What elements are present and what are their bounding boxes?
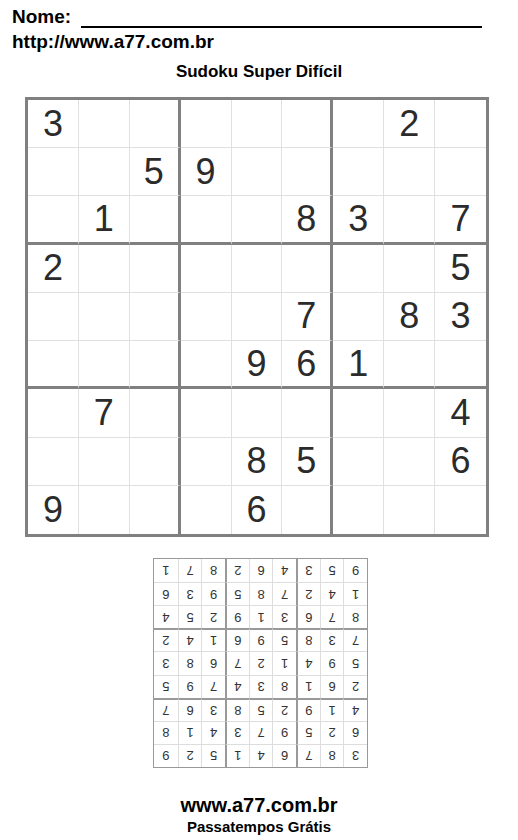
solution-cell-r4c5: 3 [249, 675, 273, 698]
solution-cell-r6c8: 4 [178, 628, 202, 651]
solution-cell-r9c9: 1 [154, 559, 178, 582]
solution-cell-r5c6: 7 [225, 651, 249, 674]
sudoku-cell-r6c9[interactable] [435, 341, 486, 389]
solution-cell-r4c4: 8 [272, 675, 296, 698]
sudoku-cell-r7c8[interactable] [384, 389, 435, 437]
sudoku-cell-r1c1: 3 [28, 100, 79, 148]
sudoku-cell-r9c6[interactable] [282, 486, 333, 534]
solution-cell-r4c1: 2 [343, 675, 367, 698]
sudoku-cell-r2c9[interactable] [435, 148, 486, 196]
solution-cell-r3c2: 1 [320, 698, 344, 721]
sudoku-cell-r5c3[interactable] [130, 293, 181, 341]
solution-cell-r6c1: 7 [343, 628, 367, 651]
solution-cell-r7c6: 9 [225, 605, 249, 628]
solution-cell-r2c3: 5 [296, 721, 320, 744]
sudoku-cell-r2c3: 5 [130, 148, 181, 196]
sudoku-cell-r3c2: 1 [79, 196, 130, 244]
sudoku-cell-r1c4[interactable] [181, 100, 232, 148]
solution-cell-r1c2: 8 [320, 744, 344, 767]
solution-cell-r8c3: 2 [296, 582, 320, 605]
sudoku-cell-r9c5: 6 [232, 486, 283, 534]
footer-site: www.a77.com.br [0, 794, 518, 817]
sudoku-cell-r5c8: 8 [384, 293, 435, 341]
solution-cell-r6c2: 3 [320, 628, 344, 651]
solution-cell-r1c3: 7 [296, 744, 320, 767]
sudoku-cell-r8c5: 8 [232, 438, 283, 486]
solution-cell-r5c7: 6 [201, 651, 225, 674]
solution-cell-r1c9: 9 [154, 744, 178, 767]
sudoku-cell-r8c3[interactable] [130, 438, 181, 486]
solution-cell-r5c9: 3 [154, 651, 178, 674]
solution-cell-r9c8: 7 [178, 559, 202, 582]
solution-cell-r9c5: 6 [249, 559, 273, 582]
solution-cell-r2c8: 1 [178, 721, 202, 744]
sudoku-cell-r8c8[interactable] [384, 438, 435, 486]
solution-cell-r2c5: 7 [249, 721, 273, 744]
sudoku-cell-r9c2[interactable] [79, 486, 130, 534]
solution-cell-r9c6: 2 [225, 559, 249, 582]
sudoku-cell-r2c8[interactable] [384, 148, 435, 196]
solution-cell-r5c3: 4 [296, 651, 320, 674]
sudoku-cell-r8c4[interactable] [181, 438, 232, 486]
solution-cell-r5c4: 1 [272, 651, 296, 674]
sudoku-cell-r7c3[interactable] [130, 389, 181, 437]
solution-cell-r3c9: 7 [154, 698, 178, 721]
solution-cell-r2c1: 6 [343, 721, 367, 744]
sudoku-cell-r4c8[interactable] [384, 245, 435, 293]
solution-cell-r6c7: 1 [201, 628, 225, 651]
solution-cell-r4c9: 5 [154, 675, 178, 698]
solution-cell-r1c5: 4 [249, 744, 273, 767]
sudoku-cell-r3c3[interactable] [130, 196, 181, 244]
sudoku-cell-r6c6: 6 [282, 341, 333, 389]
solution-cell-r2c6: 3 [225, 721, 249, 744]
solution-cell-r5c8: 8 [178, 651, 202, 674]
solution-cell-r6c6: 6 [225, 628, 249, 651]
sudoku-cell-r5c9: 3 [435, 293, 486, 341]
sudoku-cell-r9c8[interactable] [384, 486, 435, 534]
sudoku-cell-r7c7[interactable] [333, 389, 384, 437]
sudoku-cell-r6c7: 1 [333, 341, 384, 389]
sudoku-cell-r8c6: 5 [282, 438, 333, 486]
sudoku-cell-r3c9: 7 [435, 196, 486, 244]
sudoku-cell-r4c4[interactable] [181, 245, 232, 293]
name-row: Nome: [12, 6, 482, 28]
solution-cell-r7c2: 7 [320, 605, 344, 628]
solution-cell-r3c1: 4 [343, 698, 367, 721]
solution-cell-r7c3: 6 [296, 605, 320, 628]
solution-cell-r3c5: 5 [249, 698, 273, 721]
sudoku-cell-r1c8: 2 [384, 100, 435, 148]
sudoku-cell-r2c7[interactable] [333, 148, 384, 196]
sudoku-cell-r1c6[interactable] [282, 100, 333, 148]
solution-cell-r1c4: 6 [272, 744, 296, 767]
solution-cell-r1c6: 1 [225, 744, 249, 767]
sudoku-cell-r5c4[interactable] [181, 293, 232, 341]
solution-cell-r1c7: 5 [201, 744, 225, 767]
sudoku-cell-r4c9: 5 [435, 245, 486, 293]
solution-cell-r8c8: 3 [178, 582, 202, 605]
sudoku-cell-r2c5[interactable] [232, 148, 283, 196]
sudoku-cell-r2c4: 9 [181, 148, 232, 196]
sudoku-cell-r4c3[interactable] [130, 245, 181, 293]
solution-cell-r8c7: 9 [201, 582, 225, 605]
solution-cell-r4c3: 1 [296, 675, 320, 698]
solution-cell-r2c4: 9 [272, 721, 296, 744]
solution-cell-r7c8: 5 [178, 605, 202, 628]
solution-cell-r9c4: 4 [272, 559, 296, 582]
solution-cell-r7c1: 8 [343, 605, 367, 628]
solution-cell-r3c8: 6 [178, 698, 202, 721]
solution-cell-r7c5: 1 [249, 605, 273, 628]
solution-cell-r7c4: 3 [272, 605, 296, 628]
sudoku-cell-r2c6[interactable] [282, 148, 333, 196]
sudoku-cell-r5c7[interactable] [333, 293, 384, 341]
solution-cell-r6c5: 9 [249, 628, 273, 651]
solution-cell-r3c7: 3 [201, 698, 225, 721]
sudoku-cell-r6c8[interactable] [384, 341, 435, 389]
solution-cell-r8c6: 5 [225, 582, 249, 605]
sudoku-cell-r7c9: 4 [435, 389, 486, 437]
sudoku-cell-r9c3[interactable] [130, 486, 181, 534]
sudoku-solution-board: 3876415296259734184192583672618347955941… [153, 558, 368, 768]
sudoku-cell-r1c9[interactable] [435, 100, 486, 148]
solution-cell-r5c5: 2 [249, 651, 273, 674]
sudoku-cell-r3c6: 8 [282, 196, 333, 244]
solution-cell-r8c1: 1 [343, 582, 367, 605]
sudoku-cell-r8c2[interactable] [79, 438, 130, 486]
solution-cell-r2c7: 4 [201, 721, 225, 744]
solution-cell-r7c7: 2 [201, 605, 225, 628]
sudoku-cell-r1c2[interactable] [79, 100, 130, 148]
solution-cell-r5c1: 5 [343, 651, 367, 674]
name-label: Nome: [12, 6, 71, 28]
solution-cell-r3c4: 2 [272, 698, 296, 721]
sudoku-cell-r6c2[interactable] [79, 341, 130, 389]
sudoku-cell-r6c5: 9 [232, 341, 283, 389]
sudoku-cell-r4c7[interactable] [333, 245, 384, 293]
solution-cell-r6c4: 5 [272, 628, 296, 651]
footer-tagline: Passatempos Grátis [0, 818, 518, 835]
sudoku-cell-r1c7[interactable] [333, 100, 384, 148]
sudoku-cell-r1c5[interactable] [232, 100, 283, 148]
name-blank-line [81, 8, 482, 28]
solution-cell-r1c8: 2 [178, 744, 202, 767]
sudoku-cell-r5c5[interactable] [232, 293, 283, 341]
solution-cell-r2c9: 8 [154, 721, 178, 744]
solution-cell-r3c6: 8 [225, 698, 249, 721]
sudoku-cell-r4c5[interactable] [232, 245, 283, 293]
sudoku-cell-r3c8[interactable] [384, 196, 435, 244]
sudoku-cell-r2c1[interactable] [28, 148, 79, 196]
solution-cell-r9c3: 3 [296, 559, 320, 582]
sudoku-cell-r3c7: 3 [333, 196, 384, 244]
sudoku-cell-r2c2[interactable] [79, 148, 130, 196]
sudoku-cell-r6c4[interactable] [181, 341, 232, 389]
sudoku-cell-r9c4[interactable] [181, 486, 232, 534]
sudoku-cell-r7c4[interactable] [181, 389, 232, 437]
solution-cell-r8c2: 4 [320, 582, 344, 605]
solution-cell-r8c5: 8 [249, 582, 273, 605]
sudoku-cell-r3c1[interactable] [28, 196, 79, 244]
sudoku-cell-r8c1[interactable] [28, 438, 79, 486]
solution-cell-r8c4: 7 [272, 582, 296, 605]
solution-cell-r6c3: 8 [296, 628, 320, 651]
sudoku-cell-r7c1[interactable] [28, 389, 79, 437]
sudoku-cell-r6c1[interactable] [28, 341, 79, 389]
solution-cell-r2c2: 2 [320, 721, 344, 744]
sudoku-cell-r4c1: 2 [28, 245, 79, 293]
sudoku-cell-r4c2[interactable] [79, 245, 130, 293]
sudoku-cell-r5c2[interactable] [79, 293, 130, 341]
sudoku-cell-r1c3[interactable] [130, 100, 181, 148]
solution-cell-r7c9: 4 [154, 605, 178, 628]
sudoku-cell-r7c5[interactable] [232, 389, 283, 437]
solution-cell-r4c2: 6 [320, 675, 344, 698]
site-url: http://www.a77.com.br [12, 31, 214, 53]
sudoku-cell-r7c2: 7 [79, 389, 130, 437]
solution-cell-r3c3: 9 [296, 698, 320, 721]
sudoku-cell-r9c7[interactable] [333, 486, 384, 534]
solution-cell-r5c2: 9 [320, 651, 344, 674]
solution-cell-r8c9: 6 [154, 582, 178, 605]
solution-cell-r9c1: 9 [343, 559, 367, 582]
solution-cell-r9c2: 5 [320, 559, 344, 582]
sudoku-cell-r3c5[interactable] [232, 196, 283, 244]
sudoku-cell-r5c6: 7 [282, 293, 333, 341]
sudoku-cell-r9c9[interactable] [435, 486, 486, 534]
solution-cell-r4c8: 9 [178, 675, 202, 698]
sudoku-cell-r8c9: 6 [435, 438, 486, 486]
sudoku-cell-r9c1: 9 [28, 486, 79, 534]
solution-cell-r4c7: 7 [201, 675, 225, 698]
sudoku-cell-r5c1[interactable] [28, 293, 79, 341]
sudoku-cell-r8c7[interactable] [333, 438, 384, 486]
sudoku-board: 32591837257839617485696 [25, 97, 489, 537]
solution-cell-r6c9: 2 [154, 628, 178, 651]
solution-cell-r9c7: 8 [201, 559, 225, 582]
page-title: Sudoku Super Difícil [0, 62, 518, 82]
solution-cell-r4c6: 4 [225, 675, 249, 698]
solution-cell-r1c1: 3 [343, 744, 367, 767]
sudoku-cell-r3c4[interactable] [181, 196, 232, 244]
sudoku-cell-r7c6[interactable] [282, 389, 333, 437]
sudoku-cell-r4c6[interactable] [282, 245, 333, 293]
sudoku-cell-r6c3[interactable] [130, 341, 181, 389]
